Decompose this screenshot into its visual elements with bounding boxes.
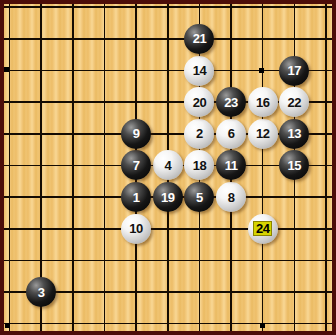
move-number: 9 xyxy=(133,127,140,140)
stone-white-2[interactable]: 2 xyxy=(184,119,214,149)
star-point xyxy=(4,67,9,72)
stone-black-23[interactable]: 23 xyxy=(216,87,246,117)
grid-line-v xyxy=(262,4,264,331)
move-number: 12 xyxy=(256,127,269,140)
star-point xyxy=(5,323,10,328)
move-number: 3 xyxy=(38,286,45,299)
move-number: 5 xyxy=(196,191,203,204)
stone-white-10[interactable]: 10 xyxy=(121,214,151,244)
move-number: 23 xyxy=(224,96,237,109)
stone-black-21[interactable]: 21 xyxy=(184,24,214,54)
move-number: 16 xyxy=(256,96,269,109)
move-number: 20 xyxy=(193,96,206,109)
star-point xyxy=(259,68,264,73)
stone-white-14[interactable]: 14 xyxy=(184,56,214,86)
move-number: 17 xyxy=(288,64,301,77)
stone-white-8[interactable]: 8 xyxy=(216,182,246,212)
stone-black-19[interactable]: 19 xyxy=(153,182,183,212)
stone-white-16[interactable]: 16 xyxy=(248,87,278,117)
move-number: 8 xyxy=(228,191,235,204)
stone-black-17[interactable]: 17 xyxy=(279,56,309,86)
stone-white-4[interactable]: 4 xyxy=(153,150,183,180)
move-number: 13 xyxy=(288,127,301,140)
star-point xyxy=(260,323,265,328)
stone-black-3[interactable]: 3 xyxy=(26,277,56,307)
stone-black-1[interactable]: 1 xyxy=(121,182,151,212)
move-number: 19 xyxy=(161,191,174,204)
stone-black-7[interactable]: 7 xyxy=(121,150,151,180)
move-number: 18 xyxy=(193,159,206,172)
move-number: 15 xyxy=(288,159,301,172)
move-number: 7 xyxy=(133,159,140,172)
stone-white-6[interactable]: 6 xyxy=(216,119,246,149)
move-number: 4 xyxy=(164,159,171,172)
stone-black-11[interactable]: 11 xyxy=(216,150,246,180)
stone-white-18[interactable]: 18 xyxy=(184,150,214,180)
stone-white-12[interactable]: 12 xyxy=(248,119,278,149)
move-number: 14 xyxy=(193,64,206,77)
move-number: 21 xyxy=(193,32,206,45)
grid-line-v xyxy=(9,4,11,331)
go-board-surface[interactable]: 123456789101112131415161718192021222324 xyxy=(4,4,332,331)
grid-line-v xyxy=(104,4,106,331)
stone-black-15[interactable]: 15 xyxy=(279,150,309,180)
move-number: 11 xyxy=(225,159,238,172)
move-number-highlighted: 24 xyxy=(253,221,272,236)
move-number: 10 xyxy=(129,222,142,235)
move-number: 6 xyxy=(228,127,235,140)
stone-black-5[interactable]: 5 xyxy=(184,182,214,212)
move-number: 2 xyxy=(196,127,203,140)
grid-line-v xyxy=(325,4,327,331)
move-number: 1 xyxy=(133,191,140,204)
stone-black-9[interactable]: 9 xyxy=(121,119,151,149)
stone-white-20[interactable]: 20 xyxy=(184,87,214,117)
stone-white-22[interactable]: 22 xyxy=(279,87,309,117)
move-number: 22 xyxy=(288,96,301,109)
board-frame: 123456789101112131415161718192021222324 xyxy=(0,0,336,335)
grid-line-v xyxy=(72,4,74,331)
stone-black-13[interactable]: 13 xyxy=(279,119,309,149)
stone-white-24[interactable]: 24 xyxy=(248,214,278,244)
